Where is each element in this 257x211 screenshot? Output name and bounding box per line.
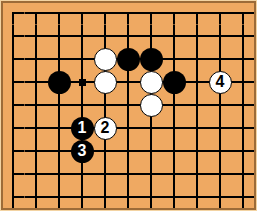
intersection [140,140,163,163]
black-stone: 3 [71,140,94,163]
intersection [25,163,48,186]
intersection [2,163,25,186]
intersection [71,25,94,48]
intersection [209,48,232,71]
goban-grid: 4123 [2,2,255,209]
intersection [209,25,232,48]
intersection: 1 [71,117,94,140]
intersection [117,186,140,209]
white-stone [94,71,117,94]
intersection [163,48,186,71]
intersection [209,140,232,163]
intersection [2,140,25,163]
intersection [186,2,209,25]
intersection [48,25,71,48]
intersection [2,71,25,94]
intersection: 3 [71,140,94,163]
intersection [48,163,71,186]
intersection [163,186,186,209]
black-stone [163,71,186,94]
intersection [209,2,232,25]
intersection [2,117,25,140]
intersection [117,140,140,163]
white-stone [94,48,117,71]
intersection [163,140,186,163]
stone-move-number: 1 [78,120,87,136]
intersection [48,186,71,209]
intersection [25,186,48,209]
intersection [186,140,209,163]
intersection [232,48,255,71]
intersection [140,163,163,186]
intersection [232,140,255,163]
intersection [94,140,117,163]
intersection [25,117,48,140]
intersection [94,25,117,48]
intersection [71,48,94,71]
intersection [117,2,140,25]
intersection [71,186,94,209]
intersection [140,117,163,140]
intersection [140,25,163,48]
intersection [48,71,71,94]
intersection [140,48,163,71]
black-stone [48,71,71,94]
intersection [117,117,140,140]
intersection [140,71,163,94]
go-diagram: 4123 [0,0,257,211]
intersection [186,25,209,48]
intersection [48,94,71,117]
intersection [25,25,48,48]
white-stone: 2 [94,117,117,140]
intersection [71,94,94,117]
intersection [186,71,209,94]
intersection [71,2,94,25]
intersection [186,163,209,186]
intersection [71,71,94,94]
intersection [2,2,25,25]
intersection [209,186,232,209]
intersection [117,71,140,94]
intersection [48,117,71,140]
intersection [2,48,25,71]
intersection [209,117,232,140]
intersection [71,163,94,186]
intersection [25,48,48,71]
intersection [163,2,186,25]
intersection [2,25,25,48]
intersection [163,163,186,186]
intersection [48,2,71,25]
intersection [25,140,48,163]
intersection [186,48,209,71]
intersection [232,94,255,117]
stone-move-number: 4 [216,74,225,90]
intersection [186,117,209,140]
intersection [117,94,140,117]
goban-wood: 4123 [1,1,256,210]
intersection [140,94,163,117]
intersection [25,71,48,94]
intersection [94,94,117,117]
intersection [232,71,255,94]
intersection: 4 [209,71,232,94]
intersection [186,186,209,209]
intersection [94,71,117,94]
intersection [2,186,25,209]
intersection [163,117,186,140]
intersection [232,163,255,186]
stone-move-number: 2 [101,120,110,136]
black-stone [140,48,163,71]
intersection [94,163,117,186]
intersection [232,117,255,140]
intersection [117,163,140,186]
intersection [163,25,186,48]
intersection [163,94,186,117]
intersection [48,48,71,71]
intersection [209,94,232,117]
black-stone [117,48,140,71]
intersection [25,94,48,117]
intersection [117,25,140,48]
intersection [94,2,117,25]
black-stone: 1 [71,117,94,140]
intersection [140,2,163,25]
intersection [140,186,163,209]
intersection [232,25,255,48]
intersection [163,71,186,94]
white-stone [140,71,163,94]
intersection [186,94,209,117]
star-point-marker [79,79,86,86]
intersection [48,140,71,163]
stone-move-number: 3 [78,143,87,159]
intersection [94,186,117,209]
intersection [94,48,117,71]
intersection [25,2,48,25]
intersection [232,186,255,209]
white-stone: 4 [209,71,232,94]
intersection [232,2,255,25]
intersection [2,94,25,117]
intersection: 2 [94,117,117,140]
white-stone [140,94,163,117]
intersection [209,163,232,186]
intersection [117,48,140,71]
